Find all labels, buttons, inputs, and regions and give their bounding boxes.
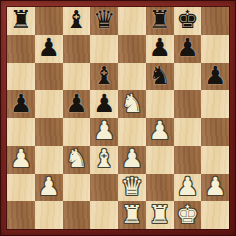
square-d6[interactable]: ♝: [90, 63, 118, 91]
square-a6[interactable]: [7, 63, 35, 91]
square-d8[interactable]: ♛: [90, 7, 118, 35]
square-b6[interactable]: [35, 63, 63, 91]
square-g8[interactable]: ♚: [174, 7, 202, 35]
piece-white-king[interactable]: ♚: [176, 202, 198, 227]
square-b2[interactable]: ♟: [35, 174, 63, 202]
piece-white-pawn[interactable]: ♟: [148, 118, 170, 143]
piece-white-knight[interactable]: ♞: [65, 146, 87, 171]
square-h6[interactable]: ♟: [201, 63, 229, 91]
piece-white-pawn[interactable]: ♟: [204, 174, 226, 199]
piece-black-knight[interactable]: ♞: [148, 63, 170, 88]
piece-black-pawn[interactable]: ♟: [148, 35, 170, 60]
square-h4[interactable]: [201, 118, 229, 146]
square-d1[interactable]: [90, 201, 118, 229]
square-h7[interactable]: [201, 35, 229, 63]
square-g1[interactable]: ♚: [174, 201, 202, 229]
square-e8[interactable]: [118, 7, 146, 35]
square-f1[interactable]: ♜: [146, 201, 174, 229]
square-c6[interactable]: [63, 63, 91, 91]
piece-white-pawn[interactable]: ♟: [93, 118, 115, 143]
piece-white-pawn[interactable]: ♟: [37, 174, 59, 199]
square-a1[interactable]: [7, 201, 35, 229]
square-b3[interactable]: [35, 146, 63, 174]
square-h2[interactable]: ♟: [201, 174, 229, 202]
square-g3[interactable]: [174, 146, 202, 174]
piece-white-pawn[interactable]: ♟: [10, 146, 32, 171]
square-c7[interactable]: [63, 35, 91, 63]
square-b5[interactable]: [35, 90, 63, 118]
piece-white-pawn[interactable]: ♟: [176, 174, 198, 199]
chess-board: ♜♝♛♜♚♟♟♟♝♞♟♟♟♟♞♟♟♟♞♝♟♟♛♟♟♜♜♚: [7, 7, 229, 229]
piece-white-knight[interactable]: ♞: [121, 91, 143, 116]
square-b7[interactable]: ♟: [35, 35, 63, 63]
square-e7[interactable]: [118, 35, 146, 63]
piece-black-pawn[interactable]: ♟: [204, 63, 226, 88]
square-c8[interactable]: ♝: [63, 7, 91, 35]
piece-black-pawn[interactable]: ♟: [37, 35, 59, 60]
square-e2[interactable]: ♛: [118, 174, 146, 202]
piece-black-rook[interactable]: ♜: [148, 7, 170, 32]
square-h3[interactable]: [201, 146, 229, 174]
square-e6[interactable]: [118, 63, 146, 91]
piece-black-rook[interactable]: ♜: [10, 7, 32, 32]
square-c3[interactable]: ♞: [63, 146, 91, 174]
piece-white-bishop[interactable]: ♝: [93, 146, 115, 171]
piece-white-pawn[interactable]: ♟: [121, 146, 143, 171]
square-g7[interactable]: ♟: [174, 35, 202, 63]
square-b4[interactable]: [35, 118, 63, 146]
piece-black-bishop[interactable]: ♝: [93, 63, 115, 88]
square-e1[interactable]: ♜: [118, 201, 146, 229]
square-f2[interactable]: [146, 174, 174, 202]
square-e4[interactable]: [118, 118, 146, 146]
piece-black-bishop[interactable]: ♝: [65, 7, 87, 32]
piece-black-pawn[interactable]: ♟: [93, 91, 115, 116]
square-d5[interactable]: ♟: [90, 90, 118, 118]
piece-white-queen[interactable]: ♛: [121, 174, 143, 199]
square-a3[interactable]: ♟: [7, 146, 35, 174]
square-a4[interactable]: [7, 118, 35, 146]
square-g6[interactable]: [174, 63, 202, 91]
square-a8[interactable]: ♜: [7, 7, 35, 35]
square-c2[interactable]: [63, 174, 91, 202]
piece-black-queen[interactable]: ♛: [93, 7, 115, 32]
piece-white-rook[interactable]: ♜: [148, 202, 170, 227]
square-c5[interactable]: ♟: [63, 90, 91, 118]
square-b1[interactable]: [35, 201, 63, 229]
piece-black-pawn[interactable]: ♟: [10, 91, 32, 116]
square-d4[interactable]: ♟: [90, 118, 118, 146]
square-g4[interactable]: [174, 118, 202, 146]
square-b8[interactable]: [35, 7, 63, 35]
piece-black-king[interactable]: ♚: [176, 7, 198, 32]
square-h8[interactable]: [201, 7, 229, 35]
square-g5[interactable]: [174, 90, 202, 118]
square-c4[interactable]: [63, 118, 91, 146]
piece-white-rook[interactable]: ♜: [121, 202, 143, 227]
piece-black-pawn[interactable]: ♟: [65, 91, 87, 116]
square-f4[interactable]: ♟: [146, 118, 174, 146]
square-a7[interactable]: [7, 35, 35, 63]
square-d3[interactable]: ♝: [90, 146, 118, 174]
square-e3[interactable]: ♟: [118, 146, 146, 174]
square-f3[interactable]: [146, 146, 174, 174]
square-h1[interactable]: [201, 201, 229, 229]
piece-black-pawn[interactable]: ♟: [176, 35, 198, 60]
board-frame: ♜♝♛♜♚♟♟♟♝♞♟♟♟♟♞♟♟♟♞♝♟♟♛♟♟♜♜♚: [0, 0, 236, 236]
square-c1[interactable]: [63, 201, 91, 229]
square-e5[interactable]: ♞: [118, 90, 146, 118]
square-a5[interactable]: ♟: [7, 90, 35, 118]
square-f7[interactable]: ♟: [146, 35, 174, 63]
square-f5[interactable]: [146, 90, 174, 118]
square-f8[interactable]: ♜: [146, 7, 174, 35]
square-g2[interactable]: ♟: [174, 174, 202, 202]
square-h5[interactable]: [201, 90, 229, 118]
square-d2[interactable]: [90, 174, 118, 202]
square-d7[interactable]: [90, 35, 118, 63]
square-f6[interactable]: ♞: [146, 63, 174, 91]
square-a2[interactable]: [7, 174, 35, 202]
